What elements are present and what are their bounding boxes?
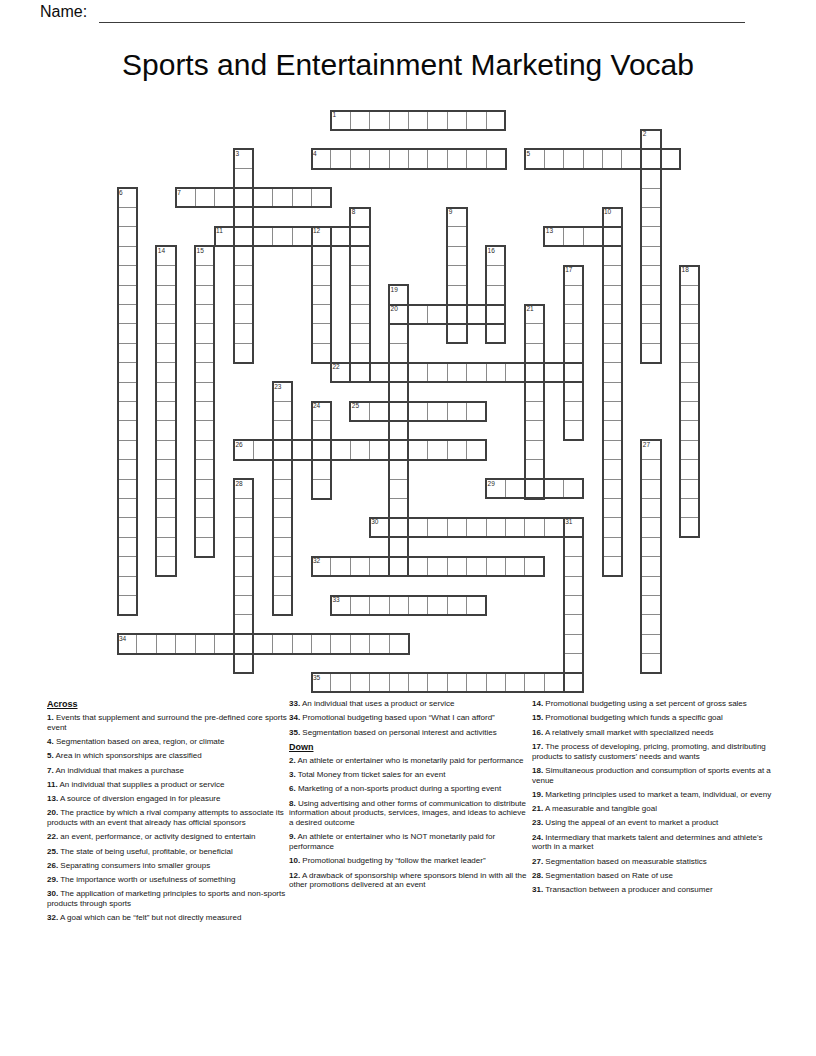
grid-cell [350,556,370,576]
grid-cell [408,110,428,130]
grid-cell [233,595,253,615]
clue: 23. Using the appeal of an event to mark… [532,818,774,828]
grid-cell [117,420,137,440]
grid-cell [680,401,700,421]
clue-number: 35 [313,674,320,681]
grid-cell [563,479,583,499]
clue: 2. An athlete or entertainer who is mone… [289,756,529,766]
grid-cell [389,595,409,615]
grid-cell [369,440,389,460]
grid-cell [680,382,700,402]
grid-cell [272,401,292,421]
grid-cell [641,343,661,363]
grid-cell [195,459,215,479]
grid-cell [233,556,253,576]
grid-cell [563,537,583,557]
grid-cell [389,110,409,130]
grid-cell [389,479,409,499]
grid-cell [524,401,544,421]
clue-number: 17 [565,266,572,273]
grid-cell [195,188,215,208]
grid-cell [253,188,273,208]
grid-cell [195,537,215,557]
clue: 18. Simultaneous production and consumpt… [532,766,774,786]
grid-cell [175,634,195,654]
grid-cell [272,420,292,440]
clue: 33. An individual that uses a product or… [289,699,529,709]
grid-cell [195,343,215,363]
grid-cell [602,401,622,421]
grid-cell [311,265,331,285]
grid-cell [233,246,253,266]
grid-cell [156,498,176,518]
grid-cell [427,595,447,615]
clue-number: 2 [643,130,647,137]
grid-cell [292,440,312,460]
grid-cell [641,634,661,654]
clue: 27. Segmentation based on measurable sta… [532,857,774,867]
grid-cell [544,479,564,499]
grid-cell [214,188,234,208]
grid-cell [156,323,176,343]
grid-cell [233,517,253,537]
clue: 24. Intermediary that markets talent and… [532,833,774,853]
grid-cell [602,459,622,479]
grid-cell [486,673,506,693]
grid-cell [233,207,253,227]
grid-cell [486,323,506,343]
grid-cell [311,188,331,208]
clue: 34. Promotional budgeting based upon “Wh… [289,713,529,723]
grid-cell [408,517,428,537]
clue-number: 4 [313,150,317,157]
grid-cell [311,420,331,440]
grid-cell [350,304,370,324]
clue: 25. The state of being useful, profitabl… [47,847,287,857]
grid-cell [427,362,447,382]
grid-cell [563,343,583,363]
grid-cell [389,323,409,343]
clue: 9. An athlete or entertainer who is NOT … [289,832,529,852]
grid-cell [233,537,253,557]
grid-cell [233,614,253,634]
clue-column-2: 33. An individual that uses a product or… [289,699,529,895]
clue-number: 26 [235,441,242,448]
grid-cell [563,323,583,343]
grid-cell [447,595,467,615]
grid-cell [486,517,506,537]
clue: 31. Transaction between a producer and c… [532,885,774,895]
grid-cell [408,304,428,324]
grid-cell [117,285,137,305]
grid-cell [195,382,215,402]
grid-cell [447,304,467,324]
grid-cell [350,634,370,654]
grid-cell [563,401,583,421]
grid-cell [563,634,583,654]
grid-cell [350,323,370,343]
name-label: Name: [40,3,87,21]
clue-number: 33 [332,596,339,603]
grid-cell [214,634,234,654]
grid-cell [524,420,544,440]
clue: 8. Using advertising and other forms of … [289,799,529,828]
grid-cell [641,285,661,305]
grid-cell [427,440,447,460]
grid-cell [524,556,544,576]
clue-number: 27 [643,441,650,448]
grid-cell [563,576,583,596]
clue-number: 3 [235,150,239,157]
grid-cell [427,401,447,421]
grid-cell [233,168,253,188]
grid-cell [350,285,370,305]
grid-cell [505,517,525,537]
grid-cell [447,440,467,460]
grid-cell [466,595,486,615]
grid-cell [563,420,583,440]
clue-number: 20 [391,305,398,312]
grid-cell [272,188,292,208]
grid-cell [350,265,370,285]
grid-cell [563,673,583,693]
grid-cell [524,323,544,343]
grid-cell [641,479,661,499]
grid-cell [330,226,350,246]
grid-cell [117,323,137,343]
clue: 7. An individual that makes a purchase [47,766,287,776]
grid-cell [524,343,544,363]
clue: 6. Marketing of a non-sports product dur… [289,784,529,794]
grid-cell [195,304,215,324]
clue-number: 14 [158,247,165,254]
grid-cell [544,362,564,382]
grid-cell [330,556,350,576]
grid-cell [272,576,292,596]
grid-cell [156,343,176,363]
grid-cell [466,556,486,576]
grid-cell [136,634,156,654]
grid-cell [466,362,486,382]
grid-cell [233,285,253,305]
grid-cell [195,285,215,305]
grid-cell [350,362,370,382]
grid-cell [389,634,409,654]
clue: 19. Marketing principles used to market … [532,790,774,800]
grid-cell [641,207,661,227]
grid-cell [427,110,447,130]
grid-cell [524,382,544,402]
grid-cell [621,149,641,169]
grid-cell [505,556,525,576]
grid-cell [389,420,409,440]
grid-cell [369,595,389,615]
grid-cell [447,246,467,266]
clue: 11. An individual that supplies a produc… [47,780,287,790]
grid-cell [117,265,137,285]
grid-cell [117,517,137,537]
grid-cell [195,517,215,537]
grid-cell [272,440,292,460]
grid-cell [330,149,350,169]
grid-cell [680,459,700,479]
grid-cell [447,265,467,285]
grid-cell [408,401,428,421]
clue-number: 16 [488,247,495,254]
grid-cell [563,614,583,634]
grid-cell [272,479,292,499]
grid-cell [641,459,661,479]
grid-cell [292,226,312,246]
grid-cell [311,285,331,305]
grid-cell [311,343,331,363]
grid-cell [117,498,137,518]
grid-cell [195,323,215,343]
grid-cell [156,420,176,440]
clue: 15. Promotional budgeting which funds a … [532,713,774,723]
grid-cell [641,226,661,246]
grid-cell [486,265,506,285]
clue-number: 31 [565,518,572,525]
grid-cell [680,362,700,382]
grid-cell [369,673,389,693]
grid-cell [117,382,137,402]
grid-cell [447,323,467,343]
grid-cell [602,343,622,363]
grid-cell [272,498,292,518]
grid-cell [544,149,564,169]
grid-cell [641,498,661,518]
grid-cell [466,517,486,537]
clue-section-header: Across [47,699,287,709]
grid-cell [641,614,661,634]
grid-cell [156,634,176,654]
grid-cell [389,459,409,479]
grid-cell [486,556,506,576]
clue-number: 22 [332,363,339,370]
grid-cell [524,479,544,499]
clue-number: 18 [682,266,689,273]
grid-cell [641,168,661,188]
grid-cell [602,382,622,402]
clue: 12. A drawback of sponsorship where spon… [289,871,529,891]
grid-cell [641,323,661,343]
grid-cell [292,634,312,654]
grid-cell [427,149,447,169]
grid-cell [408,149,428,169]
clue: 16. A relatively small market with speci… [532,728,774,738]
grid-cell [233,323,253,343]
clue: 21. A measurable and tangible goal [532,804,774,814]
grid-cell [563,226,583,246]
grid-cell [447,673,467,693]
clue-number: 7 [177,189,181,196]
clue-number: 28 [235,480,242,487]
grid-cell [680,498,700,518]
grid-cell [680,285,700,305]
grid-cell [156,517,176,537]
grid-cell [156,440,176,460]
grid-cell [117,479,137,499]
grid-cell [272,517,292,537]
grid-cell [563,362,583,382]
grid-cell [350,110,370,130]
grid-cell [311,440,331,460]
grid-cell [602,517,622,537]
grid-cell [602,265,622,285]
clue-number: 23 [274,383,281,390]
grid-cell [602,537,622,557]
grid-cell [350,246,370,266]
grid-cell [272,226,292,246]
grid-cell [544,517,564,537]
grid-cell [486,110,506,130]
grid-cell [641,576,661,596]
clue-number: 13 [546,227,553,234]
grid-cell [156,285,176,305]
grid-cell [117,595,137,615]
grid-cell [602,285,622,305]
grid-cell [680,420,700,440]
grid-cell [602,149,622,169]
clue: 4. Segmentation based on area, region, o… [47,737,287,747]
grid-cell [117,401,137,421]
grid-cell [447,556,467,576]
grid-cell [117,537,137,557]
clue-number: 34 [119,635,126,642]
grid-cell [447,149,467,169]
grid-cell [272,634,292,654]
grid-cell [369,149,389,169]
grid-cell [641,653,661,673]
clue: 28. Segmentation based on Rate of use [532,871,774,881]
clue: 29. The importance worth or usefulness o… [47,875,287,885]
grid-cell [563,149,583,169]
clue: 3. Total Money from ticket sales for an … [289,770,529,780]
clue-number: 30 [371,518,378,525]
clue: 26. Separating consumers into smaller gr… [47,861,287,871]
grid-cell [447,401,467,421]
grid-cell [117,207,137,227]
grid-cell [156,304,176,324]
grid-cell [292,188,312,208]
grid-cell [233,634,253,654]
grid-cell [156,401,176,421]
grid-cell [408,595,428,615]
grid-cell [466,440,486,460]
clue-number: 1 [332,111,336,118]
grid-cell [680,479,700,499]
grid-cell [427,517,447,537]
grid-cell [330,673,350,693]
grid-cell [524,362,544,382]
grid-cell [195,265,215,285]
grid-cell [195,401,215,421]
grid-cell [156,479,176,499]
grid-cell [389,382,409,402]
grid-cell [233,226,253,246]
grid-cell [602,323,622,343]
clue-section-header: Down [289,742,529,752]
clue-number: 11 [216,227,223,234]
clue-number: 8 [352,208,356,215]
grid-cell [524,440,544,460]
clue-number: 10 [604,208,611,215]
grid-cell [195,634,215,654]
clue: 22. an event, performance, or activity d… [47,832,287,842]
grid-cell [660,149,680,169]
grid-cell [427,556,447,576]
grid-cell [505,479,525,499]
grid-cell [563,653,583,673]
grid-cell [330,440,350,460]
grid-cell [563,285,583,305]
grid-cell [389,343,409,363]
grid-cell [466,149,486,169]
grid-cell [389,440,409,460]
grid-cell [641,595,661,615]
grid-cell [602,420,622,440]
grid-cell [330,634,350,654]
grid-cell [117,576,137,596]
clue: 32. A goal which can be “felt” but not d… [47,913,287,923]
grid-cell [680,304,700,324]
grid-cell [117,556,137,576]
grid-cell [524,459,544,479]
name-blank-line [99,1,745,23]
clue-number: 25 [352,402,359,409]
grid-cell [641,246,661,266]
clue-number: 32 [313,557,320,564]
grid-cell [447,362,467,382]
clue-number: 9 [449,208,453,215]
grid-cell [680,323,700,343]
grid-cell [233,188,253,208]
grid-cell [389,537,409,557]
grid-cell [156,382,176,402]
clue: 10. Promotional budgeting by “follow the… [289,856,529,866]
grid-cell [486,285,506,305]
grid-cell [563,595,583,615]
grid-cell [641,537,661,557]
grid-cell [272,459,292,479]
grid-cell [641,149,661,169]
grid-cell [447,285,467,305]
worksheet-page: Name: Sports and Entertainment Marketing… [0,0,816,1056]
grid-cell [233,576,253,596]
clue-number: 21 [526,305,533,312]
grid-cell [447,110,467,130]
grid-cell [389,149,409,169]
clue-number: 24 [313,402,320,409]
grid-cell [602,362,622,382]
grid-cell [466,304,486,324]
grid-cell [408,556,428,576]
grid-cell [195,420,215,440]
grid-cell [583,226,603,246]
clue-number: 6 [119,189,123,196]
grid-cell [505,673,525,693]
grid-cell [195,440,215,460]
grid-cell [253,440,273,460]
grid-cell [369,634,389,654]
grid-cell [156,362,176,382]
grid-cell [486,362,506,382]
grid-cell [447,226,467,246]
grid-cell [369,362,389,382]
clue-number: 29 [488,480,495,487]
grid-cell [272,556,292,576]
